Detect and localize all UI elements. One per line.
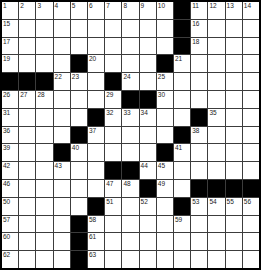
clue-number: 62 [3, 251, 10, 258]
clue-number: 42 [3, 162, 10, 169]
white-cell[interactable]: 26 [2, 91, 18, 108]
white-cell[interactable] [140, 127, 156, 144]
black-cell [105, 73, 121, 90]
white-cell[interactable]: 19 [2, 55, 18, 72]
white-cell[interactable]: 39 [2, 144, 18, 161]
white-cell[interactable] [36, 251, 52, 268]
black-cell [140, 91, 156, 108]
white-cell[interactable] [174, 91, 190, 108]
white-cell[interactable]: 33 [122, 109, 138, 126]
white-cell[interactable] [122, 127, 138, 144]
white-cell[interactable] [36, 144, 52, 161]
white-cell[interactable]: 8 [122, 2, 138, 19]
white-cell[interactable] [243, 38, 259, 55]
white-cell[interactable] [88, 20, 104, 37]
white-cell[interactable] [36, 162, 52, 179]
clue-number: 49 [158, 180, 165, 187]
black-cell [174, 127, 190, 144]
white-cell[interactable]: 32 [105, 109, 121, 126]
white-cell[interactable] [122, 38, 138, 55]
white-cell[interactable] [54, 91, 70, 108]
white-cell[interactable] [105, 55, 121, 72]
white-cell[interactable]: 15 [2, 20, 18, 37]
white-cell[interactable] [122, 216, 138, 233]
white-cell[interactable] [88, 162, 104, 179]
clue-number: 10 [158, 2, 165, 9]
white-cell[interactable]: 27 [19, 91, 35, 108]
white-cell[interactable] [19, 38, 35, 55]
white-cell[interactable]: 13 [226, 2, 242, 19]
white-cell[interactable] [36, 109, 52, 126]
white-cell[interactable] [71, 198, 87, 215]
white-cell[interactable] [36, 20, 52, 37]
white-cell[interactable] [226, 55, 242, 72]
clue-number: 46 [3, 180, 10, 187]
white-cell[interactable] [208, 73, 224, 90]
clue-number: 41 [175, 144, 182, 151]
white-cell[interactable]: 3 [36, 2, 52, 19]
white-cell[interactable]: 31 [2, 109, 18, 126]
white-cell[interactable] [243, 55, 259, 72]
white-cell[interactable]: 10 [157, 2, 173, 19]
white-cell[interactable] [19, 55, 35, 72]
black-cell [191, 180, 207, 197]
clue-number: 55 [227, 198, 234, 205]
white-cell[interactable]: 48 [122, 180, 138, 197]
white-cell[interactable] [157, 20, 173, 37]
white-cell[interactable]: 36 [2, 127, 18, 144]
black-cell [157, 55, 173, 72]
white-cell[interactable]: 35 [208, 109, 224, 126]
white-cell[interactable]: 7 [105, 2, 121, 19]
white-cell[interactable] [191, 91, 207, 108]
white-cell[interactable] [243, 73, 259, 90]
white-cell[interactable] [140, 73, 156, 90]
clue-number: 12 [209, 2, 216, 9]
white-cell[interactable]: 5 [71, 2, 87, 19]
clue-number: 40 [72, 144, 79, 151]
white-cell[interactable]: 38 [191, 127, 207, 144]
clue-number: 24 [123, 73, 130, 80]
white-cell[interactable] [122, 233, 138, 250]
white-cell[interactable]: 55 [226, 198, 242, 215]
white-cell[interactable] [226, 109, 242, 126]
clue-number: 54 [209, 198, 216, 205]
white-cell[interactable] [243, 91, 259, 108]
white-cell[interactable]: 61 [88, 233, 104, 250]
white-cell[interactable] [105, 144, 121, 161]
white-cell[interactable] [19, 127, 35, 144]
white-cell[interactable] [208, 162, 224, 179]
clue-number: 15 [3, 20, 10, 27]
white-cell[interactable]: 45 [157, 162, 173, 179]
white-cell[interactable]: 25 [157, 73, 173, 90]
white-cell[interactable] [191, 73, 207, 90]
black-cell [88, 198, 104, 215]
white-cell[interactable]: 9 [140, 2, 156, 19]
black-cell [174, 198, 190, 215]
white-cell[interactable] [140, 55, 156, 72]
black-cell [2, 73, 18, 90]
white-cell[interactable] [36, 38, 52, 55]
white-cell[interactable]: 2 [19, 2, 35, 19]
white-cell[interactable] [208, 233, 224, 250]
white-cell[interactable] [226, 251, 242, 268]
white-cell[interactable] [19, 251, 35, 268]
white-cell[interactable]: 52 [140, 198, 156, 215]
white-cell[interactable] [174, 162, 190, 179]
white-cell[interactable] [36, 127, 52, 144]
clue-number: 27 [20, 91, 27, 98]
clue-number: 3 [37, 2, 41, 9]
white-cell[interactable] [157, 38, 173, 55]
white-cell[interactable] [36, 198, 52, 215]
white-cell[interactable]: 53 [191, 198, 207, 215]
white-cell[interactable] [226, 162, 242, 179]
black-cell [174, 38, 190, 55]
white-cell[interactable]: 37 [88, 127, 104, 144]
clue-number: 11 [192, 2, 199, 9]
white-cell[interactable] [243, 233, 259, 250]
white-cell[interactable] [105, 127, 121, 144]
white-cell[interactable] [54, 216, 70, 233]
white-cell[interactable] [88, 73, 104, 90]
clue-number: 36 [3, 127, 10, 134]
white-cell[interactable]: 46 [2, 180, 18, 197]
white-cell[interactable] [19, 180, 35, 197]
white-cell[interactable] [19, 233, 35, 250]
white-cell[interactable] [140, 20, 156, 37]
white-cell[interactable] [208, 127, 224, 144]
white-cell[interactable] [226, 233, 242, 250]
white-cell[interactable] [174, 251, 190, 268]
clue-number: 28 [37, 91, 44, 98]
clue-number: 43 [55, 162, 62, 169]
black-cell [88, 109, 104, 126]
white-cell[interactable] [36, 180, 52, 197]
clue-number: 44 [141, 162, 148, 169]
white-cell[interactable] [208, 91, 224, 108]
white-cell[interactable]: 59 [174, 216, 190, 233]
white-cell[interactable] [19, 162, 35, 179]
white-cell[interactable]: 23 [71, 73, 87, 90]
white-cell[interactable] [191, 55, 207, 72]
clue-number: 18 [192, 38, 199, 45]
white-cell[interactable]: 57 [2, 216, 18, 233]
white-cell[interactable]: 30 [157, 91, 173, 108]
white-cell[interactable] [208, 251, 224, 268]
clue-number: 9 [141, 2, 145, 9]
white-cell[interactable] [36, 233, 52, 250]
white-cell[interactable] [140, 38, 156, 55]
black-cell [140, 180, 156, 197]
white-cell[interactable]: 54 [208, 198, 224, 215]
white-cell[interactable] [122, 198, 138, 215]
clue-number: 51 [106, 198, 113, 205]
clue-number: 26 [3, 91, 10, 98]
white-cell[interactable] [105, 251, 121, 268]
black-cell [71, 216, 87, 233]
clue-number: 16 [192, 20, 199, 27]
white-cell[interactable] [243, 109, 259, 126]
white-cell[interactable] [36, 55, 52, 72]
white-cell[interactable] [140, 251, 156, 268]
white-cell[interactable]: 47 [105, 180, 121, 197]
white-cell[interactable] [122, 144, 138, 161]
clue-number: 59 [175, 216, 182, 223]
white-cell[interactable] [88, 180, 104, 197]
white-cell[interactable] [191, 233, 207, 250]
white-cell[interactable] [140, 216, 156, 233]
white-cell[interactable] [243, 251, 259, 268]
white-cell[interactable]: 11 [191, 2, 207, 19]
white-cell[interactable]: 16 [191, 20, 207, 37]
white-cell[interactable] [174, 109, 190, 126]
white-cell[interactable] [54, 127, 70, 144]
white-cell[interactable] [243, 144, 259, 161]
black-cell [19, 73, 35, 90]
black-cell [226, 180, 242, 197]
clue-number: 34 [141, 109, 148, 116]
white-cell[interactable] [140, 144, 156, 161]
clue-number: 47 [106, 180, 113, 187]
white-cell[interactable] [243, 162, 259, 179]
clue-number: 23 [72, 73, 79, 80]
white-cell[interactable]: 20 [88, 55, 104, 72]
white-cell[interactable] [71, 109, 87, 126]
white-cell[interactable] [191, 251, 207, 268]
white-cell[interactable]: 1 [2, 2, 18, 19]
white-cell[interactable] [226, 38, 242, 55]
clue-number: 17 [3, 38, 10, 45]
white-cell[interactable] [19, 109, 35, 126]
white-cell[interactable] [226, 20, 242, 37]
clue-number: 22 [55, 73, 62, 80]
white-cell[interactable] [208, 20, 224, 37]
clue-number: 32 [106, 109, 113, 116]
white-cell[interactable] [54, 55, 70, 72]
clue-number: 13 [227, 2, 234, 9]
crossword-grid: 1234567891011121314151617181920212223242… [0, 0, 261, 270]
white-cell[interactable]: 17 [2, 38, 18, 55]
white-cell[interactable] [226, 73, 242, 90]
clue-number: 2 [20, 2, 24, 9]
black-cell [122, 162, 138, 179]
black-cell [71, 127, 87, 144]
white-cell[interactable]: 43 [54, 162, 70, 179]
black-cell [208, 180, 224, 197]
white-cell[interactable] [157, 109, 173, 126]
white-cell[interactable] [19, 20, 35, 37]
white-cell[interactable] [226, 127, 242, 144]
clue-number: 63 [89, 251, 96, 258]
clue-number: 58 [89, 216, 96, 223]
white-cell[interactable] [157, 251, 173, 268]
clue-number: 25 [158, 73, 165, 80]
clue-number: 48 [123, 180, 130, 187]
white-cell[interactable] [191, 216, 207, 233]
white-cell[interactable] [157, 198, 173, 215]
black-cell [71, 55, 87, 72]
white-cell[interactable] [36, 216, 52, 233]
white-cell[interactable] [105, 20, 121, 37]
white-cell[interactable] [226, 216, 242, 233]
white-cell[interactable] [122, 251, 138, 268]
white-cell[interactable]: 18 [191, 38, 207, 55]
white-cell[interactable] [19, 144, 35, 161]
black-cell [157, 144, 173, 161]
white-cell[interactable]: 34 [140, 109, 156, 126]
white-cell[interactable] [71, 91, 87, 108]
clue-number: 37 [89, 127, 96, 134]
black-cell [243, 180, 259, 197]
clue-number: 8 [123, 2, 127, 9]
white-cell[interactable] [208, 38, 224, 55]
white-cell[interactable] [191, 162, 207, 179]
clue-number: 61 [89, 233, 96, 240]
white-cell[interactable] [71, 162, 87, 179]
clue-number: 1 [3, 2, 7, 9]
clue-number: 31 [3, 109, 10, 116]
clue-number: 19 [3, 55, 10, 62]
white-cell[interactable] [157, 127, 173, 144]
clue-number: 30 [158, 91, 165, 98]
clue-number: 52 [141, 198, 148, 205]
clue-number: 39 [3, 144, 10, 151]
white-cell[interactable]: 62 [2, 251, 18, 268]
white-cell[interactable] [140, 233, 156, 250]
white-cell[interactable] [105, 233, 121, 250]
white-cell[interactable]: 29 [105, 91, 121, 108]
white-cell[interactable] [19, 216, 35, 233]
clue-number: 4 [55, 2, 59, 9]
white-cell[interactable] [54, 38, 70, 55]
clue-number: 6 [89, 2, 93, 9]
white-cell[interactable]: 41 [174, 144, 190, 161]
white-cell[interactable]: 12 [208, 2, 224, 19]
clue-number: 33 [123, 109, 130, 116]
clue-number: 56 [244, 198, 251, 205]
white-cell[interactable] [157, 216, 173, 233]
white-cell[interactable] [174, 73, 190, 90]
white-cell[interactable] [54, 20, 70, 37]
white-cell[interactable]: 24 [122, 73, 138, 90]
white-cell[interactable]: 28 [36, 91, 52, 108]
clue-number: 53 [192, 198, 199, 205]
white-cell[interactable]: 6 [88, 2, 104, 19]
clue-number: 29 [106, 91, 113, 98]
white-cell[interactable] [54, 198, 70, 215]
black-cell [174, 2, 190, 19]
white-cell[interactable] [105, 38, 121, 55]
white-cell[interactable] [54, 233, 70, 250]
white-cell[interactable] [208, 55, 224, 72]
black-cell [122, 91, 138, 108]
clue-number: 57 [3, 216, 10, 223]
white-cell[interactable] [226, 91, 242, 108]
black-cell [54, 144, 70, 161]
white-cell[interactable] [122, 20, 138, 37]
white-cell[interactable]: 58 [88, 216, 104, 233]
white-cell[interactable]: 63 [88, 251, 104, 268]
white-cell[interactable] [122, 55, 138, 72]
white-cell[interactable] [174, 180, 190, 197]
white-cell[interactable]: 56 [243, 198, 259, 215]
white-cell[interactable] [157, 233, 173, 250]
white-cell[interactable] [208, 144, 224, 161]
white-cell[interactable]: 44 [140, 162, 156, 179]
white-cell[interactable] [88, 91, 104, 108]
clue-number: 7 [106, 2, 110, 9]
white-cell[interactable] [88, 144, 104, 161]
clue-number: 45 [158, 162, 165, 169]
white-cell[interactable] [191, 144, 207, 161]
white-cell[interactable]: 21 [174, 55, 190, 72]
white-cell[interactable] [243, 216, 259, 233]
white-cell[interactable]: 60 [2, 233, 18, 250]
white-cell[interactable] [88, 38, 104, 55]
white-cell[interactable]: 22 [54, 73, 70, 90]
clue-number: 50 [3, 198, 10, 205]
white-cell[interactable] [54, 251, 70, 268]
white-cell[interactable] [71, 38, 87, 55]
black-cell [36, 73, 52, 90]
white-cell[interactable]: 49 [157, 180, 173, 197]
white-cell[interactable] [208, 216, 224, 233]
white-cell[interactable]: 40 [71, 144, 87, 161]
clue-number: 20 [89, 55, 96, 62]
black-cell [71, 233, 87, 250]
clue-number: 5 [72, 2, 76, 9]
clue-number: 38 [192, 127, 199, 134]
white-cell[interactable] [71, 180, 87, 197]
white-cell[interactable]: 4 [54, 2, 70, 19]
black-cell [191, 109, 207, 126]
white-cell[interactable] [19, 198, 35, 215]
white-cell[interactable] [54, 109, 70, 126]
clue-number: 21 [175, 55, 182, 62]
white-cell[interactable]: 51 [105, 198, 121, 215]
clue-number: 14 [244, 2, 251, 9]
white-cell[interactable] [71, 20, 87, 37]
white-cell[interactable] [105, 216, 121, 233]
black-cell [174, 20, 190, 37]
crossword-board: 1234567891011121314151617181920212223242… [0, 0, 261, 270]
white-cell[interactable]: 14 [243, 2, 259, 19]
clue-number: 60 [3, 233, 10, 240]
white-cell[interactable] [226, 144, 242, 161]
white-cell[interactable] [243, 20, 259, 37]
clue-number: 35 [209, 109, 216, 116]
white-cell[interactable] [174, 233, 190, 250]
white-cell[interactable]: 50 [2, 198, 18, 215]
white-cell[interactable]: 42 [2, 162, 18, 179]
black-cell [71, 251, 87, 268]
white-cell[interactable] [54, 180, 70, 197]
white-cell[interactable] [243, 127, 259, 144]
black-cell [105, 162, 121, 179]
